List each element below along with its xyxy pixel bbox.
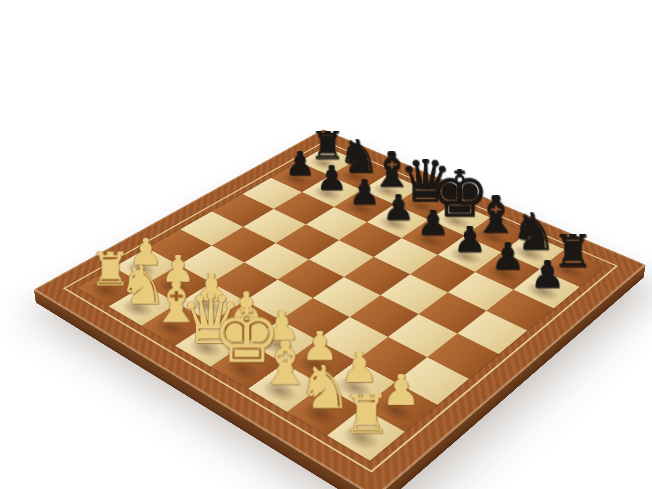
piece-black-pawn-e7[interactable]: ♟ (417, 210, 450, 237)
piece-black-pawn-a7[interactable]: ♟ (285, 151, 315, 176)
piece-black-pawn-b7[interactable]: ♟ (316, 165, 347, 191)
piece-black-pawn-d7[interactable]: ♟ (382, 194, 414, 221)
chess-set-photo: ♜♞♝♛♚♝♞♜♟♟♟♟♟♟♟♟♟♟♟♟♟♟♟♟♜♞♝♛♚♝♞♜ (0, 0, 652, 489)
piece-black-pawn-c7[interactable]: ♟ (349, 179, 380, 205)
chessboard-grid: ♜♞♝♛♚♝♞♜♟♟♟♟♟♟♟♟♟♟♟♟♟♟♟♟♜♞♝♛♚♝♞♜ (77, 147, 604, 461)
chessboard-3d: ♜♞♝♛♚♝♞♜♟♟♟♟♟♟♟♟♟♟♟♟♟♟♟♟♜♞♝♛♚♝♞♜ (34, 129, 646, 489)
piece-white-rook-h1[interactable]: ♜ (342, 394, 391, 435)
piece-black-pawn-h7[interactable]: ♟ (530, 259, 565, 288)
board-border: ♜♞♝♛♚♝♞♜♟♟♟♟♟♟♟♟♟♟♟♟♟♟♟♟♜♞♝♛♚♝♞♜ (34, 129, 646, 489)
piece-black-pawn-g7[interactable]: ♟ (491, 242, 525, 270)
perspective-scene: ♜♞♝♛♚♝♞♜♟♟♟♟♟♟♟♟♟♟♟♟♟♟♟♟♜♞♝♛♚♝♞♜ (0, 0, 652, 489)
piece-black-pawn-f7[interactable]: ♟ (453, 226, 486, 254)
